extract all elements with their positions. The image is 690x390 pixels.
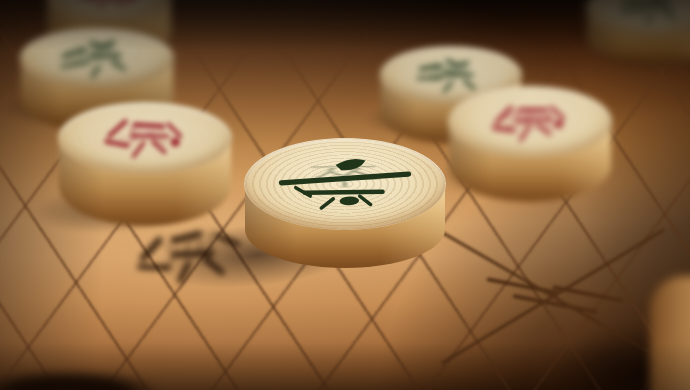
piece-face: 炮 [448, 86, 612, 158]
piece-top [0, 370, 160, 390]
piece-ink-strokes [87, 102, 202, 169]
piece-ink-strokes [608, 0, 690, 31]
xiangqi-photo-scene: 河 相 馬 兵 象 [0, 0, 690, 390]
piece-side [650, 276, 690, 390]
piece-face: 卒 [244, 138, 446, 230]
xiangqi-piece-bottom-right-edge[interactable] [650, 276, 690, 390]
piece-face: 馬 [20, 28, 174, 88]
xiangqi-piece-black-soldier-center[interactable]: 卒 [244, 138, 446, 268]
piece-ink-strokes [474, 84, 586, 154]
piece-ink-strokes [69, 0, 150, 13]
xiangqi-piece-red-mid-right[interactable]: 炮 [448, 86, 612, 202]
piece-ink-strokes [44, 21, 150, 90]
xiangqi-piece-red-mid-left[interactable]: 兵 [58, 102, 232, 226]
xiangqi-piece-bottom-left-edge[interactable] [0, 370, 160, 390]
piece-ink-strokes [273, 145, 417, 214]
piece-face: 兵 [58, 102, 232, 174]
xiangqi-piece-black-top-right[interactable]: 將 [586, 0, 690, 66]
